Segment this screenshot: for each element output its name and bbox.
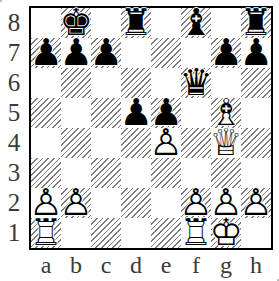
black-pawn: ♟ <box>211 38 241 68</box>
piece-glyph: ♛ <box>179 64 212 101</box>
square-c7[interactable]: ♟ <box>91 38 121 68</box>
piece-fill-layer: ♚ <box>209 214 242 251</box>
piece-outline-layer: ♖ <box>29 214 62 251</box>
file-label-c: c <box>91 250 121 280</box>
file-label-d: d <box>121 250 151 280</box>
square-h5[interactable] <box>241 98 271 128</box>
piece-outline-layer: ♔ <box>209 214 242 251</box>
black-rook: ♜ <box>121 8 151 38</box>
piece-glyph: ♟ <box>209 34 242 71</box>
square-f2[interactable]: ♟♙ <box>181 188 211 218</box>
piece-fill-layer: ♝ <box>209 94 242 131</box>
piece-outline-layer: ♕ <box>209 124 242 161</box>
piece-fill-layer: ♟ <box>59 184 92 221</box>
piece-glyph: ♟ <box>149 94 182 131</box>
white-pawn: ♟♙ <box>241 188 271 218</box>
square-h2[interactable]: ♟♙ <box>241 188 271 218</box>
square-h3[interactable] <box>241 158 271 188</box>
piece-glyph: ♚ <box>59 4 92 41</box>
square-d3[interactable] <box>121 158 151 188</box>
square-e6[interactable] <box>151 68 181 98</box>
black-king: ♚ <box>61 8 91 38</box>
square-f7[interactable] <box>181 38 211 68</box>
rank-label-7: 7 <box>0 38 28 68</box>
rank-label-3: 3 <box>0 158 28 188</box>
black-pawn: ♟ <box>61 38 91 68</box>
piece-glyph: ♟ <box>239 34 272 71</box>
square-e4[interactable]: ♟♙ <box>151 128 181 158</box>
rank-label-5: 5 <box>0 98 28 128</box>
file-label-f: f <box>181 250 211 280</box>
piece-glyph: ♜ <box>119 4 152 41</box>
chess-diagram: 87654321 ♚♜♝♜♟♟♟♟♟♛♟♟♝♗♟♙♛♕♟♙♟♙♟♙♟♙♟♙♜♖♜… <box>0 0 279 281</box>
square-a3[interactable] <box>31 158 61 188</box>
black-pawn: ♟ <box>151 98 181 128</box>
rank-label-8: 8 <box>0 8 28 38</box>
piece-outline-layer: ♗ <box>209 94 242 131</box>
square-f1[interactable]: ♜♖ <box>181 218 211 248</box>
piece-fill-layer: ♟ <box>209 184 242 221</box>
rank-label-6: 6 <box>0 68 28 98</box>
black-pawn: ♟ <box>121 98 151 128</box>
square-a1[interactable]: ♜♖ <box>31 218 61 248</box>
white-pawn: ♟♙ <box>31 188 61 218</box>
square-h1[interactable] <box>241 218 271 248</box>
piece-outline-layer: ♙ <box>149 124 182 161</box>
square-c6[interactable] <box>91 68 121 98</box>
square-h8[interactable]: ♜ <box>241 8 271 38</box>
corner-tick-top-left <box>0 0 2 2</box>
square-g7[interactable]: ♟ <box>211 38 241 68</box>
black-queen: ♛ <box>181 68 211 98</box>
piece-glyph: ♟ <box>29 34 62 71</box>
square-e5[interactable]: ♟ <box>151 98 181 128</box>
square-f4[interactable] <box>181 128 211 158</box>
square-d4[interactable] <box>121 128 151 158</box>
square-g4[interactable]: ♛♕ <box>211 128 241 158</box>
piece-outline-layer: ♙ <box>209 184 242 221</box>
piece-glyph: ♟ <box>89 34 122 71</box>
square-b2[interactable]: ♟♙ <box>61 188 91 218</box>
black-pawn: ♟ <box>241 38 271 68</box>
file-label-e: e <box>151 250 181 280</box>
square-h6[interactable] <box>241 68 271 98</box>
square-d5[interactable]: ♟ <box>121 98 151 128</box>
square-f3[interactable] <box>181 158 211 188</box>
square-c4[interactable] <box>91 128 121 158</box>
black-pawn: ♟ <box>91 38 121 68</box>
square-b4[interactable] <box>61 128 91 158</box>
chess-board: ♚♜♝♜♟♟♟♟♟♛♟♟♝♗♟♙♛♕♟♙♟♙♟♙♟♙♟♙♜♖♜♖♚♔ <box>29 6 273 250</box>
square-c1[interactable] <box>91 218 121 248</box>
square-a7[interactable]: ♟ <box>31 38 61 68</box>
square-b6[interactable] <box>61 68 91 98</box>
piece-fill-layer: ♜ <box>179 214 212 251</box>
white-pawn: ♟♙ <box>61 188 91 218</box>
black-pawn: ♟ <box>31 38 61 68</box>
piece-glyph: ♜ <box>239 4 272 41</box>
piece-fill-layer: ♟ <box>29 184 62 221</box>
piece-fill-layer: ♟ <box>179 184 212 221</box>
square-b7[interactable]: ♟ <box>61 38 91 68</box>
square-g5[interactable]: ♝♗ <box>211 98 241 128</box>
rank-labels: 87654321 <box>0 8 28 248</box>
square-b8[interactable]: ♚ <box>61 8 91 38</box>
file-label-a: a <box>31 250 61 280</box>
piece-fill-layer: ♟ <box>239 184 272 221</box>
piece-glyph: ♝ <box>179 4 212 41</box>
square-g3[interactable] <box>211 158 241 188</box>
square-b5[interactable] <box>61 98 91 128</box>
square-d2[interactable] <box>121 188 151 218</box>
square-e7[interactable] <box>151 38 181 68</box>
square-b1[interactable] <box>61 218 91 248</box>
square-e1[interactable] <box>151 218 181 248</box>
piece-outline-layer: ♙ <box>179 184 212 221</box>
square-f6[interactable]: ♛ <box>181 68 211 98</box>
square-d8[interactable]: ♜ <box>121 8 151 38</box>
square-d7[interactable] <box>121 38 151 68</box>
square-e8[interactable] <box>151 8 181 38</box>
piece-glyph: ♟ <box>59 34 92 71</box>
white-bishop: ♝♗ <box>211 98 241 128</box>
piece-outline-layer: ♖ <box>179 214 212 251</box>
square-a5[interactable] <box>31 98 61 128</box>
square-c5[interactable] <box>91 98 121 128</box>
black-rook: ♜ <box>241 8 271 38</box>
square-d1[interactable] <box>121 218 151 248</box>
white-queen: ♛♕ <box>211 128 241 158</box>
piece-outline-layer: ♙ <box>29 184 62 221</box>
square-a6[interactable] <box>31 68 61 98</box>
square-h4[interactable] <box>241 128 271 158</box>
square-g2[interactable]: ♟♙ <box>211 188 241 218</box>
square-g8[interactable] <box>211 8 241 38</box>
square-a8[interactable] <box>31 8 61 38</box>
white-king: ♚♔ <box>211 218 241 248</box>
square-g1[interactable]: ♚♔ <box>211 218 241 248</box>
rank-label-2: 2 <box>0 188 28 218</box>
piece-fill-layer: ♜ <box>29 214 62 251</box>
piece-glyph: ♟ <box>119 94 152 131</box>
square-c8[interactable] <box>91 8 121 38</box>
square-b3[interactable] <box>61 158 91 188</box>
square-a2[interactable]: ♟♙ <box>31 188 61 218</box>
white-pawn: ♟♙ <box>151 128 181 158</box>
square-f5[interactable] <box>181 98 211 128</box>
square-c2[interactable] <box>91 188 121 218</box>
white-rook: ♜♖ <box>31 218 61 248</box>
white-rook: ♜♖ <box>181 218 211 248</box>
file-label-b: b <box>61 250 91 280</box>
piece-fill-layer: ♟ <box>149 124 182 161</box>
file-label-h: h <box>241 250 271 280</box>
white-pawn: ♟♙ <box>181 188 211 218</box>
black-bishop: ♝ <box>181 8 211 38</box>
square-a4[interactable] <box>31 128 61 158</box>
rank-label-4: 4 <box>0 128 28 158</box>
square-f8[interactable]: ♝ <box>181 8 211 38</box>
square-c3[interactable] <box>91 158 121 188</box>
square-e2[interactable] <box>151 188 181 218</box>
square-d6[interactable] <box>121 68 151 98</box>
piece-outline-layer: ♙ <box>59 184 92 221</box>
square-g6[interactable] <box>211 68 241 98</box>
square-e3[interactable] <box>151 158 181 188</box>
square-h7[interactable]: ♟ <box>241 38 271 68</box>
rank-label-1: 1 <box>0 218 28 248</box>
white-pawn: ♟♙ <box>211 188 241 218</box>
piece-outline-layer: ♙ <box>239 184 272 221</box>
file-label-g: g <box>211 250 241 280</box>
piece-fill-layer: ♛ <box>209 124 242 161</box>
file-labels: abcdefgh <box>31 250 271 280</box>
